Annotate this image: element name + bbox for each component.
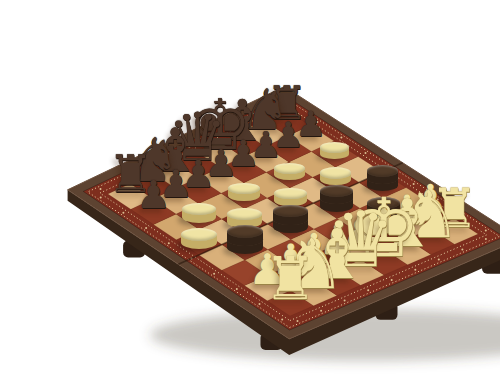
border-dot — [188, 146, 190, 148]
border-dot — [122, 178, 124, 180]
border-dot — [438, 259, 440, 261]
border-dot — [236, 288, 238, 290]
border-dot — [145, 227, 147, 229]
border-dot — [144, 167, 146, 169]
border-dot — [100, 188, 102, 190]
border-dot — [461, 214, 463, 216]
border-dot — [485, 230, 487, 232]
border-dot — [233, 125, 235, 127]
border-dot — [437, 199, 439, 201]
border-dot — [316, 121, 318, 123]
border-dot — [297, 320, 299, 322]
border-dot — [255, 114, 257, 116]
border-dot — [277, 104, 279, 106]
border-dot — [211, 135, 213, 137]
border-dot — [281, 318, 283, 320]
border-dot — [461, 248, 463, 250]
border-dot — [168, 242, 170, 244]
chess-set-product-photo: ♜♞♝♛♚♝♞♜♟♟♟♟♟♟♟♟♟♟♟♟♟♟♟♟♜♞♝♛♚♝♞♜ — [40, 16, 500, 375]
border-dot — [100, 197, 102, 199]
border-dot — [122, 212, 124, 214]
border-dot — [391, 279, 393, 281]
border-dot — [485, 238, 487, 240]
border-dot — [367, 289, 369, 291]
board-svg — [40, 16, 500, 375]
border-dot — [365, 152, 367, 154]
border-dot — [292, 106, 294, 108]
border-dot — [413, 183, 415, 185]
border-dot — [320, 310, 322, 312]
border-dot — [340, 137, 342, 139]
border-dot — [166, 156, 168, 158]
border-dot — [213, 273, 215, 275]
border-dot — [414, 269, 416, 271]
border-dot — [344, 300, 346, 302]
border-dot — [259, 303, 261, 305]
